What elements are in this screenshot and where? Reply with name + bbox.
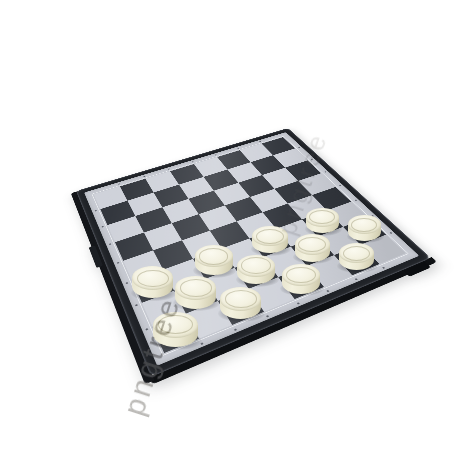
product-photo-canvas: pngtree pngtree <box>0 0 474 474</box>
checkers-board <box>76 128 431 377</box>
